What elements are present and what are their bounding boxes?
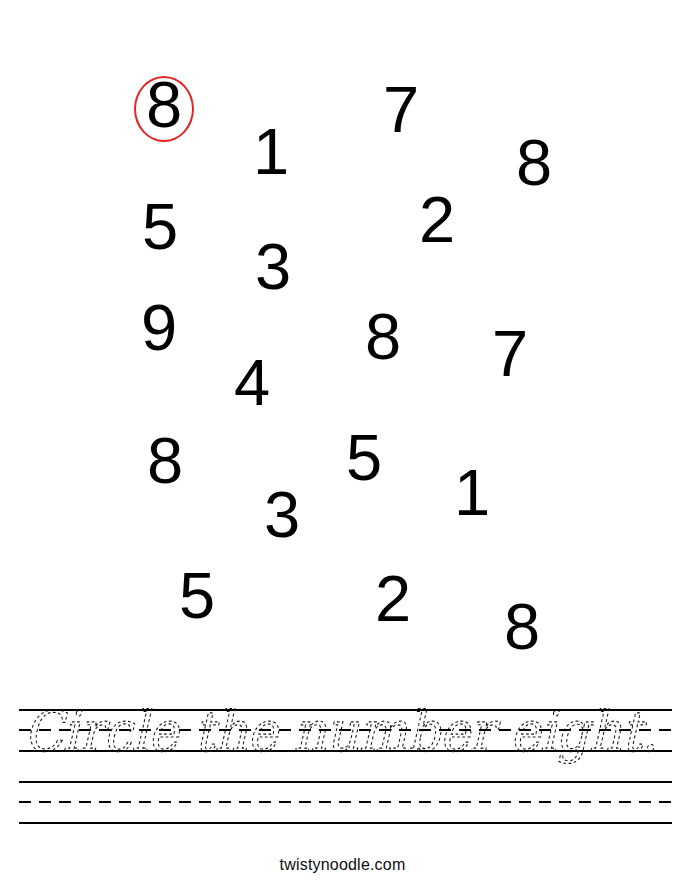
guide2-middle-dashed-line — [19, 801, 672, 803]
scattered-number-8[interactable]: 8 — [516, 130, 552, 195]
scattered-number-9[interactable]: 9 — [141, 295, 177, 360]
tracing-instruction-text: Circle the number eight. — [24, 699, 658, 764]
scattered-number-5[interactable]: 5 — [179, 563, 215, 628]
scattered-number-1[interactable]: 1 — [253, 119, 289, 184]
scattered-number-7[interactable]: 7 — [383, 77, 419, 142]
worksheet-page: 871852398748513528 Circle the number eig… — [0, 0, 685, 886]
scattered-number-3[interactable]: 3 — [255, 234, 291, 299]
scattered-number-8[interactable]: 8 — [365, 304, 401, 369]
scattered-number-3[interactable]: 3 — [264, 482, 300, 547]
scattered-number-1[interactable]: 1 — [454, 460, 490, 525]
scattered-number-5[interactable]: 5 — [142, 194, 178, 259]
red-circle-annotation — [134, 76, 194, 142]
scattered-number-8[interactable]: 8 — [504, 594, 540, 659]
scattered-number-2[interactable]: 2 — [375, 566, 411, 631]
guide2-top-line — [19, 781, 672, 783]
scattered-number-5[interactable]: 5 — [346, 425, 382, 490]
scattered-number-7[interactable]: 7 — [492, 321, 528, 386]
guide2-bottom-line — [19, 822, 672, 824]
scattered-number-2[interactable]: 2 — [419, 187, 455, 252]
scattered-number-8[interactable]: 8 — [147, 428, 183, 493]
site-credit: twistynoodle.com — [0, 856, 685, 874]
scattered-number-4[interactable]: 4 — [234, 350, 270, 415]
